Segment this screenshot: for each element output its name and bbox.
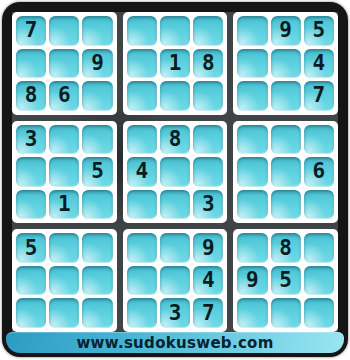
block-2-3: 6 [233,121,338,224]
cell-r5c7[interactable] [237,157,267,187]
cell-r8c1[interactable] [16,266,46,296]
cell-r7c1[interactable]: 5 [16,233,46,263]
cell-r1c9[interactable]: 5 [304,16,334,46]
cell-r3c7[interactable] [237,81,267,111]
cell-r4c3[interactable] [82,125,112,155]
cell-r3c3[interactable] [82,81,112,111]
cell-r4c4[interactable] [127,125,157,155]
cell-r1c5[interactable] [160,16,190,46]
cell-r1c2[interactable] [49,16,79,46]
cell-r2c2[interactable] [49,49,79,79]
cell-r5c8[interactable] [271,157,301,187]
cell-r4c2[interactable] [49,125,79,155]
block-1-2: 18 [123,12,228,115]
cell-r9c1[interactable] [16,298,46,328]
cell-r9c5[interactable]: 3 [160,298,190,328]
cell-r8c4[interactable] [127,266,157,296]
cell-r6c8[interactable] [271,190,301,220]
cell-r1c8[interactable]: 9 [271,16,301,46]
cell-r1c7[interactable] [237,16,267,46]
cell-r1c4[interactable] [127,16,157,46]
cell-r7c7[interactable] [237,233,267,263]
cell-r6c2[interactable]: 1 [49,190,79,220]
block-2-2: 843 [123,121,228,224]
block-3-1: 5 [12,229,117,332]
cell-r3c9[interactable]: 7 [304,81,334,111]
cell-r2c9[interactable]: 4 [304,49,334,79]
cell-r7c2[interactable] [49,233,79,263]
cell-r7c3[interactable] [82,233,112,263]
cell-r2c6[interactable]: 8 [193,49,223,79]
block-1-1: 7986 [12,12,117,115]
footer-bar: www.sudokusweb.com [6,332,344,353]
block-3-2: 9437 [123,229,228,332]
cell-r5c4[interactable]: 4 [127,157,157,187]
cell-r4c9[interactable] [304,125,334,155]
cell-r9c4[interactable] [127,298,157,328]
cell-r6c9[interactable] [304,190,334,220]
cell-r2c3[interactable]: 9 [82,49,112,79]
cell-r6c4[interactable] [127,190,157,220]
cell-r1c3[interactable] [82,16,112,46]
cell-r5c2[interactable] [49,157,79,187]
cell-r3c4[interactable] [127,81,157,111]
cell-r3c2[interactable]: 6 [49,81,79,111]
cell-r7c8[interactable]: 8 [271,233,301,263]
cell-r7c9[interactable] [304,233,334,263]
cell-r1c1[interactable]: 7 [16,16,46,46]
cell-r5c9[interactable]: 6 [304,157,334,187]
cell-r6c7[interactable] [237,190,267,220]
cell-r3c5[interactable] [160,81,190,111]
cell-r5c3[interactable]: 5 [82,157,112,187]
cell-r2c7[interactable] [237,49,267,79]
cell-r8c5[interactable] [160,266,190,296]
cell-r7c6[interactable]: 9 [193,233,223,263]
cell-r5c5[interactable] [160,157,190,187]
cell-r6c1[interactable] [16,190,46,220]
cell-r6c6[interactable]: 3 [193,190,223,220]
block-2-1: 351 [12,121,117,224]
cell-r4c8[interactable] [271,125,301,155]
cell-r8c7[interactable]: 9 [237,266,267,296]
block-1-3: 9547 [233,12,338,115]
cell-r4c5[interactable]: 8 [160,125,190,155]
sudoku-app: 7986189547351843659437895 www.sudokusweb… [0,0,350,360]
cell-r6c3[interactable] [82,190,112,220]
cell-r8c3[interactable] [82,266,112,296]
cell-r9c9[interactable] [304,298,334,328]
cell-r5c6[interactable] [193,157,223,187]
cell-r9c2[interactable] [49,298,79,328]
cell-r3c8[interactable] [271,81,301,111]
cell-r2c5[interactable]: 1 [160,49,190,79]
cell-r8c9[interactable] [304,266,334,296]
cell-r9c6[interactable]: 7 [193,298,223,328]
block-3-3: 895 [233,229,338,332]
cell-r1c6[interactable] [193,16,223,46]
cell-r4c6[interactable] [193,125,223,155]
cell-r7c4[interactable] [127,233,157,263]
cell-r6c5[interactable] [160,190,190,220]
cell-r3c1[interactable]: 8 [16,81,46,111]
board-frame: 7986189547351843659437895 www.sudokusweb… [2,2,348,357]
cell-r5c1[interactable] [16,157,46,187]
cell-r2c1[interactable] [16,49,46,79]
cell-r4c7[interactable] [237,125,267,155]
sudoku-grid: 7986189547351843659437895 [12,12,338,332]
cell-r9c7[interactable] [237,298,267,328]
cell-r2c4[interactable] [127,49,157,79]
cell-r9c3[interactable] [82,298,112,328]
cell-r2c8[interactable] [271,49,301,79]
cell-r4c1[interactable]: 3 [16,125,46,155]
cell-r8c8[interactable]: 5 [271,266,301,296]
cell-r8c2[interactable] [49,266,79,296]
cell-r8c6[interactable]: 4 [193,266,223,296]
website-link[interactable]: www.sudokusweb.com [76,334,273,352]
cell-r3c6[interactable] [193,81,223,111]
cell-r9c8[interactable] [271,298,301,328]
cell-r7c5[interactable] [160,233,190,263]
